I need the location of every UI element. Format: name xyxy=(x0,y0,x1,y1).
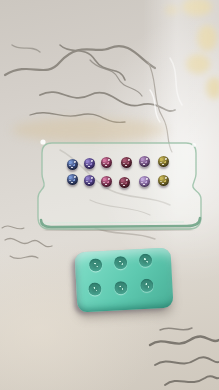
mold-cavity-r1c2 xyxy=(113,255,127,269)
resin-stud-r1c2 xyxy=(84,158,95,169)
resin-stud-r2c2 xyxy=(84,175,95,186)
resin-stud-r1c4 xyxy=(121,157,132,168)
resin-stud-r1c1 xyxy=(67,159,78,170)
resin-stud-r2c6 xyxy=(158,175,169,186)
resin-stud-r1c5 xyxy=(139,156,150,167)
resin-stud-r2c5 xyxy=(139,176,150,187)
marble-countertop-photo xyxy=(0,0,219,390)
mold-cavity-r2c1 xyxy=(88,282,102,296)
resin-stud-r2c3 xyxy=(101,176,112,187)
mold-cavity-r1c3 xyxy=(138,253,152,267)
resin-stud-r1c3 xyxy=(101,157,112,168)
mold-cavity-r2c2 xyxy=(114,280,128,294)
mold-cavity-r2c3 xyxy=(139,278,153,292)
resin-stud-r2c4 xyxy=(119,177,130,188)
resin-stud-r2c1 xyxy=(67,174,78,185)
mold-cavity-r1c1 xyxy=(88,258,102,272)
resin-stud-r1c6 xyxy=(158,156,169,167)
silicone-mold xyxy=(74,248,173,313)
stud-layer xyxy=(0,0,219,390)
